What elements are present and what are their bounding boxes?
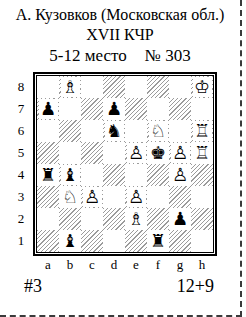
square-e6 — [125, 120, 147, 142]
square-h4 — [191, 164, 213, 186]
square-b3: ♘ — [59, 186, 81, 208]
piece-wR-h6: ♖ — [193, 121, 212, 141]
rank-label-2: 2 — [9, 208, 33, 230]
square-b5 — [59, 142, 81, 164]
square-b1: ♝ — [59, 230, 81, 252]
square-g2: ♟ — [169, 208, 191, 230]
square-g5: ♙ — [169, 142, 191, 164]
square-f4 — [147, 164, 169, 186]
piece-bB-b4: ♝ — [61, 165, 80, 185]
stipulation: #3 — [24, 276, 42, 297]
piece-wR-h5: ♖ — [193, 143, 212, 163]
square-c4 — [81, 164, 103, 186]
rank-label-6: 6 — [9, 120, 33, 142]
piece-bR-a4: ♜ — [39, 165, 58, 185]
piece-bR-f1: ♜ — [149, 231, 168, 251]
square-e4 — [125, 164, 147, 186]
square-h7 — [191, 98, 213, 120]
square-g4: ♙ — [169, 164, 191, 186]
square-d7: ♟ — [103, 98, 125, 120]
square-c1 — [81, 230, 103, 252]
board-frame: ♗♔♟♟♞♘♖♙♚♙♖♜♝♙♘♙♙♗♟♝♜ — [33, 72, 217, 256]
piece-bP-g2: ♟ — [171, 209, 190, 229]
square-e2: ♗ — [125, 208, 147, 230]
square-a2 — [37, 208, 59, 230]
piece-wP-e3: ♙ — [127, 187, 146, 207]
square-e1 — [125, 230, 147, 252]
chess-board: ♗♔♟♟♞♘♖♙♚♙♖♜♝♙♘♙♙♗♟♝♜ — [36, 75, 214, 253]
file-label-e: e — [125, 257, 147, 273]
square-f5: ♚ — [147, 142, 169, 164]
piece-count: 12+9 — [177, 276, 214, 297]
board-area: 87654321 ♗♔♟♟♞♘♖♙♚♙♖♜♝♙♘♙♙♗♟♝♜ — [9, 72, 240, 256]
piece-wB-e2: ♗ — [127, 209, 146, 229]
rank-label-7: 7 — [9, 98, 33, 120]
rank-labels: 87654321 — [9, 72, 33, 256]
square-e8 — [125, 76, 147, 98]
file-label-b: b — [59, 257, 81, 273]
square-h2 — [191, 208, 213, 230]
file-label-g: g — [169, 257, 191, 273]
piece-wK-h8: ♔ — [193, 77, 212, 97]
square-f3 — [147, 186, 169, 208]
square-f1: ♜ — [147, 230, 169, 252]
square-c2 — [81, 208, 103, 230]
piece-wP-e5: ♙ — [127, 143, 146, 163]
square-e7 — [125, 98, 147, 120]
square-b7 — [59, 98, 81, 120]
rank-label-3: 3 — [9, 186, 33, 208]
tourney-line: XVII КЧР — [0, 25, 240, 45]
award-line: 5-12 место № 303 — [0, 45, 240, 67]
square-f2 — [147, 208, 169, 230]
square-b4: ♝ — [59, 164, 81, 186]
piece-wN-b3: ♘ — [61, 187, 80, 207]
square-a7: ♟ — [37, 98, 59, 120]
square-a3 — [37, 186, 59, 208]
piece-wN-f6: ♘ — [149, 121, 168, 141]
piece-bN-d6: ♞ — [105, 121, 124, 141]
square-h8: ♔ — [191, 76, 213, 98]
piece-bB-b1: ♝ — [61, 231, 80, 251]
square-f8 — [147, 76, 169, 98]
rank-label-1: 1 — [9, 230, 33, 252]
piece-wP-c3: ♙ — [83, 187, 102, 207]
square-d1 — [103, 230, 125, 252]
piece-bP-d7: ♟ — [105, 99, 124, 119]
square-g8 — [169, 76, 191, 98]
square-h3 — [191, 186, 213, 208]
square-g6 — [169, 120, 191, 142]
file-labels: abcdefgh — [37, 257, 240, 273]
square-g3 — [169, 186, 191, 208]
square-a1 — [37, 230, 59, 252]
file-label-d: d — [103, 257, 125, 273]
square-c8 — [81, 76, 103, 98]
square-g7 — [169, 98, 191, 120]
rank-label-5: 5 — [9, 142, 33, 164]
square-d6: ♞ — [103, 120, 125, 142]
square-g1 — [169, 230, 191, 252]
square-c3: ♙ — [81, 186, 103, 208]
piece-wP-g5: ♙ — [171, 143, 190, 163]
square-e3: ♙ — [125, 186, 147, 208]
square-b8: ♗ — [59, 76, 81, 98]
piece-bP-a7: ♟ — [39, 99, 58, 119]
square-d8 — [103, 76, 125, 98]
piece-wP-g4: ♙ — [171, 165, 190, 185]
award-place: 5-12 место — [49, 45, 126, 67]
stipulation-row: #3 12+9 — [24, 276, 214, 297]
square-h5: ♖ — [191, 142, 213, 164]
piece-bK-f5: ♚ — [149, 143, 168, 163]
square-h1 — [191, 230, 213, 252]
square-f6: ♘ — [147, 120, 169, 142]
square-a6 — [37, 120, 59, 142]
rank-label-4: 4 — [9, 164, 33, 186]
file-label-h: h — [191, 257, 213, 273]
square-d3 — [103, 186, 125, 208]
square-a8 — [37, 76, 59, 98]
file-label-f: f — [147, 257, 169, 273]
author-line: А. Кузовков (Московская обл.) — [0, 5, 240, 25]
square-a5 — [37, 142, 59, 164]
file-label-c: c — [81, 257, 103, 273]
square-c5 — [81, 142, 103, 164]
square-b2 — [59, 208, 81, 230]
file-label-a: a — [37, 257, 59, 273]
problem-diagram-sheet: А. Кузовков (Московская обл.) XVII КЧР 5… — [0, 0, 242, 317]
square-b6 — [59, 120, 81, 142]
rank-label-8: 8 — [9, 76, 33, 98]
square-e5: ♙ — [125, 142, 147, 164]
square-d4 — [103, 164, 125, 186]
square-a4: ♜ — [37, 164, 59, 186]
problem-number: № 303 — [145, 45, 191, 67]
square-d2 — [103, 208, 125, 230]
square-f7 — [147, 98, 169, 120]
square-c7 — [81, 98, 103, 120]
square-c6 — [81, 120, 103, 142]
piece-wB-b8: ♗ — [61, 77, 80, 97]
header: А. Кузовков (Московская обл.) XVII КЧР 5… — [0, 0, 240, 67]
square-d5 — [103, 142, 125, 164]
square-h6: ♖ — [191, 120, 213, 142]
